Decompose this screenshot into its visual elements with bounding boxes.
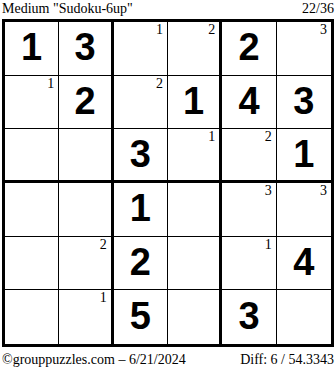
cell-r2c0[interactable]: [5, 129, 59, 183]
given-digit: 3: [114, 129, 167, 180]
given-digit: 1: [277, 129, 331, 180]
copyright-date: ©grouppuzzles.com – 6/21/2024: [2, 351, 186, 369]
given-digit: 1: [168, 76, 219, 129]
corner-mark: 1: [208, 129, 215, 145]
cell-r3c1[interactable]: [59, 183, 113, 237]
cell-r1c5[interactable]: 3: [277, 76, 331, 130]
given-digit: 1: [5, 22, 58, 75]
cell-r5c4[interactable]: 3: [222, 290, 276, 344]
given-digit: 3: [222, 290, 275, 344]
cell-r2c5[interactable]: 1: [277, 129, 331, 183]
corner-mark: 3: [265, 183, 272, 199]
corner-mark: 3: [320, 22, 327, 38]
cell-r3c3[interactable]: [168, 183, 222, 237]
puzzle-title: Medium "Sudoku-6up": [2, 0, 133, 18]
cell-r4c5[interactable]: 4: [277, 237, 331, 291]
cell-r0c1[interactable]: 3: [59, 22, 113, 76]
cell-r2c2[interactable]: 3: [114, 129, 168, 183]
given-digit: 4: [222, 76, 275, 129]
cell-r3c0[interactable]: [5, 183, 59, 237]
puzzle-page: Medium "Sudoku-6up" 22/36 13122312214331…: [0, 0, 336, 370]
cell-r2c3[interactable]: 1: [168, 129, 222, 183]
cell-r5c1[interactable]: 1: [59, 290, 113, 344]
cell-r2c4[interactable]: 2: [222, 129, 276, 183]
corner-mark: 2: [100, 237, 107, 253]
corner-mark: 1: [100, 290, 107, 306]
cell-r5c2[interactable]: 5: [114, 290, 168, 344]
cell-r2c1[interactable]: [59, 129, 113, 183]
cell-r1c4[interactable]: 4: [222, 76, 276, 130]
cell-r4c4[interactable]: 1: [222, 237, 276, 291]
difficulty-rating: Diff: 6 / 54.3343: [240, 351, 334, 369]
progress-counter: 22/36: [302, 0, 334, 18]
given-digit: 3: [277, 76, 331, 129]
cell-r5c5[interactable]: [277, 290, 331, 344]
sudoku-board: 13122312214331211332214153: [2, 19, 334, 347]
corner-mark: 3: [320, 183, 327, 199]
given-digit: 1: [114, 183, 167, 236]
cell-r4c1[interactable]: 2: [59, 237, 113, 291]
cell-r5c3[interactable]: [168, 290, 222, 344]
given-digit: 2: [59, 76, 110, 129]
given-digit: 2: [114, 237, 167, 290]
footer: ©grouppuzzles.com – 6/21/2024 Diff: 6 / …: [2, 351, 334, 369]
cell-r1c1[interactable]: 2: [59, 76, 113, 130]
cell-r0c2[interactable]: 1: [114, 22, 168, 76]
cell-r0c0[interactable]: 1: [5, 22, 59, 76]
corner-mark: 1: [47, 76, 54, 92]
given-digit: 5: [114, 290, 167, 344]
cell-r4c3[interactable]: [168, 237, 222, 291]
cell-r1c2[interactable]: 2: [114, 76, 168, 130]
corner-mark: 2: [208, 22, 215, 38]
cell-r5c0[interactable]: [5, 290, 59, 344]
cell-r3c2[interactable]: 1: [114, 183, 168, 237]
corner-mark: 1: [156, 22, 163, 38]
cell-r0c5[interactable]: 3: [277, 22, 331, 76]
given-digit: 2: [222, 22, 275, 75]
given-digit: 3: [59, 22, 110, 75]
cell-r1c0[interactable]: 1: [5, 76, 59, 130]
cell-r1c3[interactable]: 1: [168, 76, 222, 130]
cell-r4c2[interactable]: 2: [114, 237, 168, 291]
header: Medium "Sudoku-6up" 22/36: [2, 0, 334, 18]
corner-mark: 2: [156, 76, 163, 92]
corner-mark: 2: [265, 129, 272, 145]
corner-mark: 1: [265, 237, 272, 253]
cell-r3c5[interactable]: 3: [277, 183, 331, 237]
cell-r3c4[interactable]: 3: [222, 183, 276, 237]
cell-r4c0[interactable]: [5, 237, 59, 291]
cell-r0c4[interactable]: 2: [222, 22, 276, 76]
given-digit: 4: [277, 237, 331, 290]
cell-r0c3[interactable]: 2: [168, 22, 222, 76]
